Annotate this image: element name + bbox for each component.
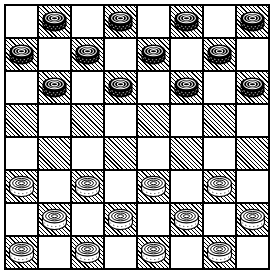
light-square-r4c6 [171, 105, 202, 136]
light-square-r8c2 [39, 237, 70, 268]
square-28-r7c8[interactable] [237, 204, 268, 235]
square-6-r2c3[interactable] [72, 39, 103, 70]
square-26-r7c4[interactable] [105, 204, 136, 235]
square-23-r6c5[interactable] [138, 171, 169, 202]
square-24-r6c7[interactable] [204, 171, 235, 202]
board-grid [6, 6, 268, 268]
white-man-piece[interactable] [107, 208, 134, 231]
light-square-r1c5 [138, 6, 169, 37]
white-man-piece[interactable] [74, 175, 101, 198]
light-square-r2c8 [237, 39, 268, 70]
light-square-r3c5 [138, 72, 169, 103]
black-man-piece[interactable] [41, 10, 68, 33]
light-square-r5c7 [204, 138, 235, 169]
light-square-r3c7 [204, 72, 235, 103]
square-27-r7c6[interactable] [171, 204, 202, 235]
light-square-r7c1 [6, 204, 37, 235]
square-16-r4c7[interactable] [204, 105, 235, 136]
light-square-r4c2 [39, 105, 70, 136]
square-29-r8c1[interactable] [6, 237, 37, 268]
white-man-piece[interactable] [140, 175, 167, 198]
square-4-r1c8[interactable] [237, 6, 268, 37]
light-square-r5c3 [72, 138, 103, 169]
square-18-r5c4[interactable] [105, 138, 136, 169]
light-square-r7c3 [72, 204, 103, 235]
square-1-r1c2[interactable] [39, 6, 70, 37]
light-square-r1c3 [72, 6, 103, 37]
white-man-piece[interactable] [206, 241, 233, 264]
light-square-r7c5 [138, 204, 169, 235]
square-11-r3c6[interactable] [171, 72, 202, 103]
light-square-r8c8 [237, 237, 268, 268]
square-22-r6c3[interactable] [72, 171, 103, 202]
black-man-piece[interactable] [107, 10, 134, 33]
white-man-piece[interactable] [173, 208, 200, 231]
black-man-piece[interactable] [173, 10, 200, 33]
light-square-r2c2 [39, 39, 70, 70]
square-31-r8c5[interactable] [138, 237, 169, 268]
light-square-r6c6 [171, 171, 202, 202]
white-man-piece[interactable] [206, 175, 233, 198]
light-square-r1c1 [6, 6, 37, 37]
black-man-piece[interactable] [74, 43, 101, 66]
light-square-r5c1 [6, 138, 37, 169]
square-9-r3c2[interactable] [39, 72, 70, 103]
square-17-r5c2[interactable] [39, 138, 70, 169]
black-man-piece[interactable] [140, 43, 167, 66]
light-square-r2c6 [171, 39, 202, 70]
white-man-piece[interactable] [41, 208, 68, 231]
light-square-r6c4 [105, 171, 136, 202]
light-square-r8c6 [171, 237, 202, 268]
square-8-r2c7[interactable] [204, 39, 235, 70]
square-12-r3c8[interactable] [237, 72, 268, 103]
square-13-r4c1[interactable] [6, 105, 37, 136]
square-20-r5c8[interactable] [237, 138, 268, 169]
black-man-piece[interactable] [8, 43, 35, 66]
black-man-piece[interactable] [173, 76, 200, 99]
white-man-piece[interactable] [74, 241, 101, 264]
square-7-r2c5[interactable] [138, 39, 169, 70]
black-man-piece[interactable] [107, 76, 134, 99]
light-square-r3c1 [6, 72, 37, 103]
square-25-r7c2[interactable] [39, 204, 70, 235]
square-30-r8c3[interactable] [72, 237, 103, 268]
white-man-piece[interactable] [239, 208, 266, 231]
square-2-r1c4[interactable] [105, 6, 136, 37]
black-man-piece[interactable] [239, 10, 266, 33]
light-square-r4c4 [105, 105, 136, 136]
square-32-r8c7[interactable] [204, 237, 235, 268]
light-square-r4c8 [237, 105, 268, 136]
white-man-piece[interactable] [8, 175, 35, 198]
checkers-diagram [0, 0, 280, 280]
square-5-r2c1[interactable] [6, 39, 37, 70]
square-19-r5c6[interactable] [171, 138, 202, 169]
light-square-r6c2 [39, 171, 70, 202]
square-21-r6c1[interactable] [6, 171, 37, 202]
black-man-piece[interactable] [239, 76, 266, 99]
light-square-r5c5 [138, 138, 169, 169]
square-15-r4c5[interactable] [138, 105, 169, 136]
black-man-piece[interactable] [206, 43, 233, 66]
square-10-r3c4[interactable] [105, 72, 136, 103]
square-14-r4c3[interactable] [72, 105, 103, 136]
light-square-r8c4 [105, 237, 136, 268]
white-man-piece[interactable] [140, 241, 167, 264]
light-square-r1c7 [204, 6, 235, 37]
white-man-piece[interactable] [8, 241, 35, 264]
light-square-r7c7 [204, 204, 235, 235]
checkers-board [4, 4, 270, 270]
black-man-piece[interactable] [41, 76, 68, 99]
light-square-r3c3 [72, 72, 103, 103]
light-square-r2c4 [105, 39, 136, 70]
square-3-r1c6[interactable] [171, 6, 202, 37]
light-square-r6c8 [237, 171, 268, 202]
